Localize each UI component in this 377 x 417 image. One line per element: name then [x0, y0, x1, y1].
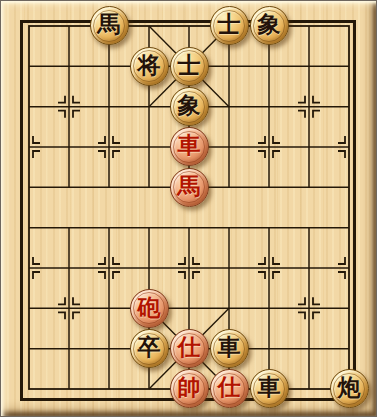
piece-glyph: 仕 — [178, 336, 201, 359]
black-elephant[interactable]: 象 — [170, 87, 209, 126]
piece-glyph: 象 — [178, 94, 201, 117]
piece-glyph: 車 — [178, 134, 201, 157]
piece-glyph: 砲 — [138, 296, 161, 319]
piece-glyph: 士 — [218, 13, 241, 36]
red-advisor[interactable]: 仕 — [170, 329, 209, 368]
piece-glyph: 象 — [258, 13, 281, 36]
piece-glyph: 帥 — [178, 376, 201, 399]
piece-glyph: 仕 — [218, 376, 241, 399]
piece-glyph: 車 — [258, 376, 281, 399]
black-general[interactable]: 将 — [130, 47, 169, 86]
black-chariot[interactable]: 車 — [210, 329, 249, 368]
black-cannon[interactable]: 炮 — [330, 369, 369, 408]
piece-layer: 馬士象将士象車馬砲卒仕車帥仕車炮 — [9, 6, 369, 409]
red-horse[interactable]: 馬 — [170, 168, 209, 207]
red-cannon[interactable]: 砲 — [130, 289, 169, 328]
piece-glyph: 馬 — [98, 13, 121, 36]
piece-glyph: 車 — [218, 336, 241, 359]
red-general[interactable]: 帥 — [170, 369, 209, 408]
black-chariot[interactable]: 車 — [250, 369, 289, 408]
piece-glyph: 炮 — [338, 376, 361, 399]
red-chariot[interactable]: 車 — [170, 127, 209, 166]
red-advisor[interactable]: 仕 — [210, 369, 249, 408]
black-advisor[interactable]: 士 — [170, 47, 209, 86]
black-advisor[interactable]: 士 — [210, 6, 249, 45]
piece-glyph: 馬 — [178, 175, 201, 198]
piece-glyph: 将 — [138, 54, 161, 77]
piece-glyph: 卒 — [138, 336, 161, 359]
xiangqi-board: 馬士象将士象車馬砲卒仕車帥仕車炮 — [0, 0, 377, 417]
black-horse[interactable]: 馬 — [90, 6, 129, 45]
black-elephant[interactable]: 象 — [250, 6, 289, 45]
black-soldier[interactable]: 卒 — [130, 329, 169, 368]
piece-glyph: 士 — [178, 54, 201, 77]
